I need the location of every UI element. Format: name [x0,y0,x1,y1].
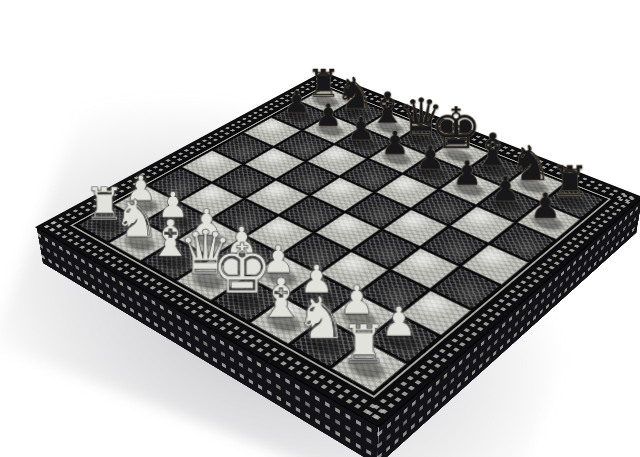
piece-black-pawn-h7: ♟ [513,188,578,224]
piece-white-rook-h1: ♜ [325,318,402,371]
square-h7: ♟ [517,203,580,239]
chess-set-photo: ♜♞♝♛♚♝♞♜♟♟♟♟♟♟♟♟♟♟♟♟♟♟♟♟♜♞♝♛♚♝♞♜ [0,0,640,457]
square-f6 [412,190,475,225]
square-h1: ♜ [331,342,406,392]
